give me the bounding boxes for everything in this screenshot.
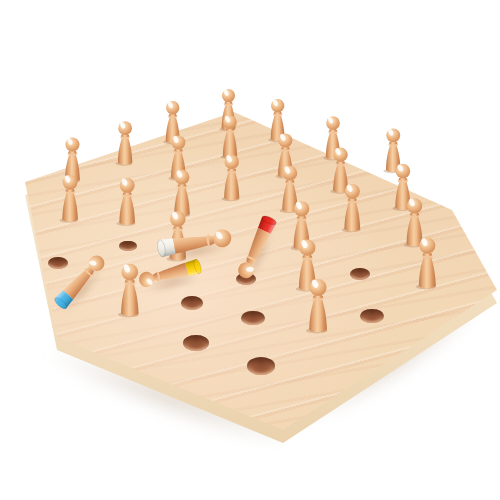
hole[interactable] <box>350 268 370 280</box>
standing-peg[interactable] <box>113 170 141 227</box>
hole[interactable] <box>247 357 275 375</box>
hole[interactable] <box>181 296 204 310</box>
standing-peg[interactable] <box>56 167 84 224</box>
hole[interactable] <box>119 241 137 252</box>
hole[interactable] <box>183 335 209 351</box>
hole[interactable] <box>360 309 384 324</box>
standing-peg[interactable] <box>112 114 138 166</box>
standing-peg[interactable] <box>412 229 443 290</box>
standing-peg[interactable] <box>218 147 246 202</box>
product-photo <box>0 0 500 500</box>
standing-peg[interactable] <box>302 270 334 334</box>
standing-peg[interactable] <box>338 176 367 233</box>
hole[interactable] <box>48 257 67 269</box>
